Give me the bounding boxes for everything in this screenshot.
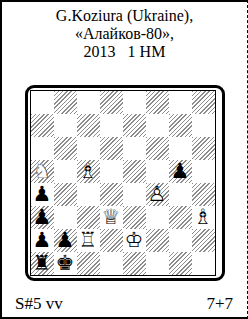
square-a5: ♞♘ xyxy=(31,160,54,183)
square-d3: ♛♕ xyxy=(100,206,123,229)
square-d1 xyxy=(100,252,123,275)
square-g5: ♟ xyxy=(169,160,192,183)
square-f3 xyxy=(146,206,169,229)
square-a3: ♟ xyxy=(31,206,54,229)
square-b1: ♚ xyxy=(54,252,77,275)
problem-footer: S#5 vv 7+7 xyxy=(2,294,247,314)
square-h3: ♝♗ xyxy=(192,206,215,229)
piece-white-king-e2: ♔ xyxy=(123,229,146,252)
square-a4: ♟ xyxy=(31,183,54,206)
square-a8 xyxy=(31,91,54,114)
square-h6 xyxy=(192,137,215,160)
square-e1 xyxy=(123,252,146,275)
white-bishop-fill: ♝ xyxy=(192,206,215,229)
square-g6 xyxy=(169,137,192,160)
white-bishop-fill: ♝ xyxy=(77,160,100,183)
square-e4 xyxy=(123,183,146,206)
square-b4 xyxy=(54,183,77,206)
square-h7 xyxy=(192,114,215,137)
square-e3 xyxy=(123,206,146,229)
square-d7 xyxy=(100,114,123,137)
square-a1: ♜ xyxy=(31,252,54,275)
square-b8 xyxy=(54,91,77,114)
square-b6 xyxy=(54,137,77,160)
square-e7 xyxy=(123,114,146,137)
piece-black-pawn-a4: ♟ xyxy=(31,183,54,206)
piece-white-pawn-f4: ♙ xyxy=(146,183,169,206)
square-c2: ♜♖ xyxy=(77,229,100,252)
square-c6 xyxy=(77,137,100,160)
square-d2 xyxy=(100,229,123,252)
square-g1 xyxy=(169,252,192,275)
square-c5: ♝♗ xyxy=(77,160,100,183)
square-d4 xyxy=(100,183,123,206)
square-g3 xyxy=(169,206,192,229)
square-c7 xyxy=(77,114,100,137)
problem-card: G.Koziura (Ukraine), «Алайков-80», 2013 … xyxy=(0,0,248,319)
piece-black-pawn-a3: ♟ xyxy=(31,206,54,229)
square-g8 xyxy=(169,91,192,114)
white-pawn-fill: ♟ xyxy=(146,183,169,206)
chess-board-inner-border: ♞♘♝♗♟♟♟♙♟♛♕♝♗♟♟♜♖♚♔♜♚ xyxy=(30,90,216,276)
piece-black-king-b1: ♚ xyxy=(54,252,77,275)
chess-board-frame: ♞♘♝♗♟♟♟♙♟♛♕♝♗♟♟♜♖♚♔♜♚ xyxy=(25,85,225,281)
square-a7 xyxy=(31,114,54,137)
piece-white-rook-c2: ♖ xyxy=(77,229,100,252)
chess-board: ♞♘♝♗♟♟♟♙♟♛♕♝♗♟♟♜♖♚♔♜♚ xyxy=(31,91,215,275)
piece-white-queen-d3: ♕ xyxy=(100,206,123,229)
square-f6 xyxy=(146,137,169,160)
piece-black-pawn-g5: ♟ xyxy=(169,160,192,183)
square-g2 xyxy=(169,229,192,252)
square-h5 xyxy=(192,160,215,183)
piece-white-bishop-c5: ♗ xyxy=(77,160,100,183)
square-e2: ♚♔ xyxy=(123,229,146,252)
square-b3 xyxy=(54,206,77,229)
author-line: G.Koziura (Ukraine), xyxy=(2,7,247,25)
square-a2: ♟ xyxy=(31,229,54,252)
white-king-fill: ♚ xyxy=(123,229,146,252)
square-d8 xyxy=(100,91,123,114)
square-f8 xyxy=(146,91,169,114)
square-e6 xyxy=(123,137,146,160)
piece-white-bishop-h3: ♗ xyxy=(192,206,215,229)
white-rook-fill: ♜ xyxy=(77,229,100,252)
square-d6 xyxy=(100,137,123,160)
square-f7 xyxy=(146,114,169,137)
piece-white-knight-a5: ♘ xyxy=(31,160,54,183)
piece-black-pawn-b2: ♟ xyxy=(54,229,77,252)
square-c1 xyxy=(77,252,100,275)
square-h2 xyxy=(192,229,215,252)
square-g7 xyxy=(169,114,192,137)
tourney-line: «Алайков-80», xyxy=(2,25,247,43)
square-f2 xyxy=(146,229,169,252)
square-e5 xyxy=(123,160,146,183)
square-c4 xyxy=(77,183,100,206)
square-f1 xyxy=(146,252,169,275)
white-knight-fill: ♞ xyxy=(31,160,54,183)
square-c8 xyxy=(77,91,100,114)
square-b2: ♟ xyxy=(54,229,77,252)
white-queen-fill: ♛ xyxy=(100,206,123,229)
square-f4: ♟♙ xyxy=(146,183,169,206)
square-b5 xyxy=(54,160,77,183)
square-a6 xyxy=(31,137,54,160)
square-h4 xyxy=(192,183,215,206)
problem-header: G.Koziura (Ukraine), «Алайков-80», 2013 … xyxy=(2,7,247,61)
stipulation-label: S#5 vv xyxy=(15,294,63,314)
square-g4 xyxy=(169,183,192,206)
square-h8 xyxy=(192,91,215,114)
piece-black-pawn-a2: ♟ xyxy=(31,229,54,252)
year-award-line: 2013 1 HM xyxy=(2,43,247,61)
square-d5 xyxy=(100,160,123,183)
square-c3 xyxy=(77,206,100,229)
material-count-label: 7+7 xyxy=(206,294,233,314)
square-f5 xyxy=(146,160,169,183)
square-h1 xyxy=(192,252,215,275)
piece-black-rook-a1: ♜ xyxy=(31,252,54,275)
square-b7 xyxy=(54,114,77,137)
square-e8 xyxy=(123,91,146,114)
